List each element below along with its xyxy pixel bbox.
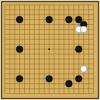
black-stone (16, 46, 23, 53)
black-stone (46, 16, 53, 23)
white-stone (80, 26, 87, 33)
black-stone (75, 75, 82, 82)
go-board[interactable] (0, 0, 100, 100)
screenshot-root (0, 0, 100, 100)
black-stone (46, 75, 53, 82)
goban-svg (0, 0, 100, 100)
black-stone (16, 16, 23, 23)
white-stone (80, 66, 87, 73)
board-field[interactable] (2, 2, 99, 99)
black-stone (66, 80, 73, 87)
black-stone (75, 46, 82, 53)
black-stone (16, 75, 23, 82)
star-point (48, 48, 50, 50)
black-stone (75, 16, 82, 23)
black-stone (66, 16, 73, 23)
